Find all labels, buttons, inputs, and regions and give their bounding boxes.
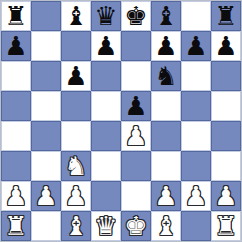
- square-h6[interactable]: [211, 61, 241, 91]
- square-b3[interactable]: [31, 151, 61, 181]
- square-f3[interactable]: [151, 151, 181, 181]
- black-pawn: ♟: [94, 31, 117, 61]
- square-g5[interactable]: [181, 91, 211, 121]
- white-pawn: ♟: [64, 181, 87, 211]
- square-e4[interactable]: ♟: [121, 121, 151, 151]
- square-e7[interactable]: [121, 31, 151, 61]
- square-c8[interactable]: ♝: [61, 1, 91, 31]
- square-c1[interactable]: ♝: [61, 211, 91, 241]
- square-e8[interactable]: ♚: [121, 1, 151, 31]
- square-f8[interactable]: ♝: [151, 1, 181, 31]
- square-f6[interactable]: ♞: [151, 61, 181, 91]
- white-bishop: ♝: [154, 211, 177, 241]
- square-b2[interactable]: ♟: [31, 181, 61, 211]
- square-d1[interactable]: ♛: [91, 211, 121, 241]
- black-bishop: ♝: [154, 1, 177, 31]
- square-a1[interactable]: ♜: [1, 211, 31, 241]
- square-d3[interactable]: [91, 151, 121, 181]
- white-pawn: ♟: [214, 181, 237, 211]
- chess-board-grid: ♜♝♛♚♝♜♟♟♟♟♟♟♞♟♟♞♟♟♟♟♟♟♜♝♛♚♝♜: [1, 1, 241, 241]
- square-e1[interactable]: ♚: [121, 211, 151, 241]
- square-h1[interactable]: ♜: [211, 211, 241, 241]
- black-pawn: ♟: [4, 31, 27, 61]
- square-a8[interactable]: ♜: [1, 1, 31, 31]
- square-d7[interactable]: ♟: [91, 31, 121, 61]
- square-e6[interactable]: [121, 61, 151, 91]
- black-pawn: ♟: [214, 31, 237, 61]
- square-h3[interactable]: [211, 151, 241, 181]
- black-knight: ♞: [154, 61, 177, 91]
- square-b1[interactable]: [31, 211, 61, 241]
- square-c3[interactable]: ♞: [61, 151, 91, 181]
- square-f1[interactable]: ♝: [151, 211, 181, 241]
- square-c5[interactable]: [61, 91, 91, 121]
- square-h5[interactable]: [211, 91, 241, 121]
- square-c2[interactable]: ♟: [61, 181, 91, 211]
- square-a3[interactable]: [1, 151, 31, 181]
- black-queen: ♛: [94, 1, 117, 31]
- square-h2[interactable]: ♟: [211, 181, 241, 211]
- square-f4[interactable]: [151, 121, 181, 151]
- black-rook: ♜: [214, 1, 237, 31]
- square-a4[interactable]: [1, 121, 31, 151]
- white-rook: ♜: [4, 211, 27, 241]
- square-e3[interactable]: [121, 151, 151, 181]
- black-pawn: ♟: [184, 31, 207, 61]
- square-f7[interactable]: ♟: [151, 31, 181, 61]
- white-king: ♚: [124, 211, 147, 241]
- square-d5[interactable]: [91, 91, 121, 121]
- square-e5[interactable]: ♟: [121, 91, 151, 121]
- square-g8[interactable]: [181, 1, 211, 31]
- square-a2[interactable]: ♟: [1, 181, 31, 211]
- white-pawn: ♟: [34, 181, 57, 211]
- square-h7[interactable]: ♟: [211, 31, 241, 61]
- square-b7[interactable]: [31, 31, 61, 61]
- black-pawn: ♟: [124, 91, 147, 121]
- white-rook: ♜: [214, 211, 237, 241]
- black-pawn: ♟: [154, 31, 177, 61]
- square-g7[interactable]: ♟: [181, 31, 211, 61]
- white-knight: ♞: [64, 151, 87, 181]
- black-king: ♚: [124, 1, 147, 31]
- chess-board: ♜♝♛♚♝♜♟♟♟♟♟♟♞♟♟♞♟♟♟♟♟♟♜♝♛♚♝♜: [0, 0, 242, 242]
- square-b5[interactable]: [31, 91, 61, 121]
- square-g3[interactable]: [181, 151, 211, 181]
- black-rook: ♜: [4, 1, 27, 31]
- square-a6[interactable]: [1, 61, 31, 91]
- square-b4[interactable]: [31, 121, 61, 151]
- square-d2[interactable]: [91, 181, 121, 211]
- square-b6[interactable]: [31, 61, 61, 91]
- white-pawn: ♟: [4, 181, 27, 211]
- square-c6[interactable]: ♟: [61, 61, 91, 91]
- white-pawn: ♟: [154, 181, 177, 211]
- square-c4[interactable]: [61, 121, 91, 151]
- white-pawn: ♟: [124, 121, 147, 151]
- square-e2[interactable]: [121, 181, 151, 211]
- square-a7[interactable]: ♟: [1, 31, 31, 61]
- square-d6[interactable]: [91, 61, 121, 91]
- square-g2[interactable]: ♟: [181, 181, 211, 211]
- square-a5[interactable]: [1, 91, 31, 121]
- square-h4[interactable]: [211, 121, 241, 151]
- square-d4[interactable]: [91, 121, 121, 151]
- square-g6[interactable]: [181, 61, 211, 91]
- white-queen: ♛: [94, 211, 117, 241]
- black-bishop: ♝: [64, 1, 87, 31]
- square-h8[interactable]: ♜: [211, 1, 241, 31]
- square-c7[interactable]: [61, 31, 91, 61]
- square-d8[interactable]: ♛: [91, 1, 121, 31]
- square-f5[interactable]: [151, 91, 181, 121]
- black-pawn: ♟: [64, 61, 87, 91]
- square-g4[interactable]: [181, 121, 211, 151]
- square-f2[interactable]: ♟: [151, 181, 181, 211]
- square-g1[interactable]: [181, 211, 211, 241]
- white-pawn: ♟: [184, 181, 207, 211]
- white-bishop: ♝: [64, 211, 87, 241]
- square-b8[interactable]: [31, 1, 61, 31]
